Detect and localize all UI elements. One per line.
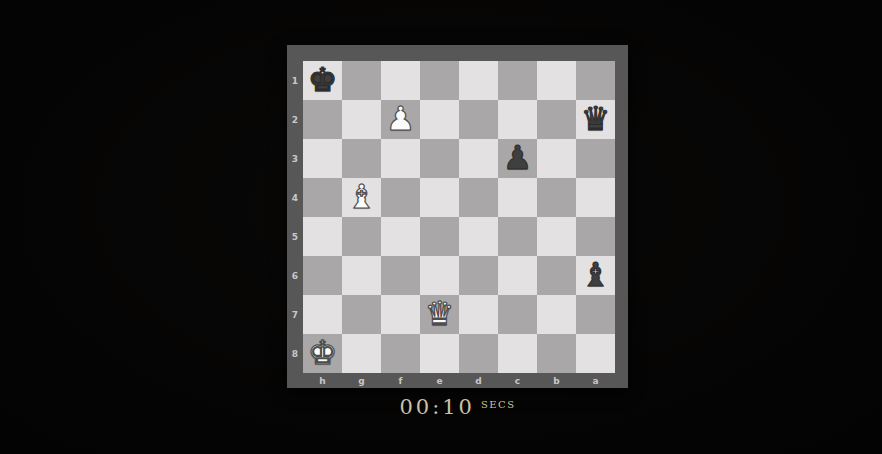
piece-black-bishop[interactable]: ♝ [581, 258, 611, 291]
square-c8[interactable] [498, 334, 537, 373]
square-g4[interactable]: ♝ [342, 178, 381, 217]
square-f7[interactable] [381, 295, 420, 334]
square-g5[interactable] [342, 217, 381, 256]
square-c5[interactable] [498, 217, 537, 256]
piece-white-pawn[interactable]: ♟ [386, 102, 416, 135]
square-h3[interactable] [303, 139, 342, 178]
square-e2[interactable] [420, 100, 459, 139]
square-c6[interactable] [498, 256, 537, 295]
rank-label-5: 5 [287, 217, 303, 256]
piece-black-queen[interactable]: ♛ [581, 102, 611, 135]
square-f6[interactable] [381, 256, 420, 295]
timer-value: 00:10 [399, 395, 475, 419]
file-label-h: h [303, 373, 342, 388]
board-grid: ♚♟♛♟♝♝♛♚ [303, 61, 615, 373]
square-g8[interactable] [342, 334, 381, 373]
square-b6[interactable] [537, 256, 576, 295]
file-labels: hgfedcba [303, 373, 615, 388]
rank-label-6: 6 [287, 256, 303, 295]
square-b8[interactable] [537, 334, 576, 373]
square-c4[interactable] [498, 178, 537, 217]
square-e3[interactable] [420, 139, 459, 178]
file-label-a: a [576, 373, 615, 388]
square-a7[interactable] [576, 295, 615, 334]
square-h7[interactable] [303, 295, 342, 334]
chess-board: 12345678 ♚♟♛♟♝♝♛♚ hgfedcba [287, 45, 628, 388]
square-e8[interactable] [420, 334, 459, 373]
square-b5[interactable] [537, 217, 576, 256]
piece-black-king[interactable]: ♚ [308, 63, 338, 96]
file-label-d: d [459, 373, 498, 388]
piece-white-king[interactable]: ♚ [308, 336, 338, 369]
square-e5[interactable] [420, 217, 459, 256]
timer-unit: SECS [481, 399, 516, 410]
square-d7[interactable] [459, 295, 498, 334]
square-e6[interactable] [420, 256, 459, 295]
square-c1[interactable] [498, 61, 537, 100]
square-e7[interactable]: ♛ [420, 295, 459, 334]
file-label-b: b [537, 373, 576, 388]
square-d1[interactable] [459, 61, 498, 100]
square-d6[interactable] [459, 256, 498, 295]
square-c7[interactable] [498, 295, 537, 334]
square-b3[interactable] [537, 139, 576, 178]
rank-label-4: 4 [287, 178, 303, 217]
square-h4[interactable] [303, 178, 342, 217]
file-label-e: e [420, 373, 459, 388]
rank-label-7: 7 [287, 295, 303, 334]
square-f4[interactable] [381, 178, 420, 217]
square-g2[interactable] [342, 100, 381, 139]
piece-white-bishop[interactable]: ♝ [347, 180, 377, 213]
rank-label-2: 2 [287, 100, 303, 139]
square-d2[interactable] [459, 100, 498, 139]
square-h2[interactable] [303, 100, 342, 139]
square-g3[interactable] [342, 139, 381, 178]
square-g7[interactable] [342, 295, 381, 334]
square-d5[interactable] [459, 217, 498, 256]
square-a5[interactable] [576, 217, 615, 256]
square-a3[interactable] [576, 139, 615, 178]
square-b7[interactable] [537, 295, 576, 334]
square-g6[interactable] [342, 256, 381, 295]
rank-label-3: 3 [287, 139, 303, 178]
piece-black-pawn[interactable]: ♟ [503, 141, 533, 174]
square-d3[interactable] [459, 139, 498, 178]
square-a8[interactable] [576, 334, 615, 373]
background: 12345678 ♚♟♛♟♝♝♛♚ hgfedcba 00:10SECS [0, 0, 882, 454]
piece-white-queen[interactable]: ♛ [425, 297, 455, 330]
file-label-g: g [342, 373, 381, 388]
square-f8[interactable] [381, 334, 420, 373]
square-h8[interactable]: ♚ [303, 334, 342, 373]
square-g1[interactable] [342, 61, 381, 100]
square-c3[interactable]: ♟ [498, 139, 537, 178]
square-a6[interactable]: ♝ [576, 256, 615, 295]
square-f1[interactable] [381, 61, 420, 100]
square-e1[interactable] [420, 61, 459, 100]
square-c2[interactable] [498, 100, 537, 139]
square-a2[interactable]: ♛ [576, 100, 615, 139]
rank-label-8: 8 [287, 334, 303, 373]
square-b4[interactable] [537, 178, 576, 217]
square-f5[interactable] [381, 217, 420, 256]
square-d4[interactable] [459, 178, 498, 217]
square-h1[interactable]: ♚ [303, 61, 342, 100]
file-label-c: c [498, 373, 537, 388]
square-b2[interactable] [537, 100, 576, 139]
square-a4[interactable] [576, 178, 615, 217]
square-a1[interactable] [576, 61, 615, 100]
square-f3[interactable] [381, 139, 420, 178]
square-h5[interactable] [303, 217, 342, 256]
timer: 00:10SECS [287, 395, 628, 419]
rank-labels: 12345678 [287, 61, 303, 373]
file-label-f: f [381, 373, 420, 388]
square-h6[interactable] [303, 256, 342, 295]
square-d8[interactable] [459, 334, 498, 373]
square-e4[interactable] [420, 178, 459, 217]
square-f2[interactable]: ♟ [381, 100, 420, 139]
rank-label-1: 1 [287, 61, 303, 100]
square-b1[interactable] [537, 61, 576, 100]
